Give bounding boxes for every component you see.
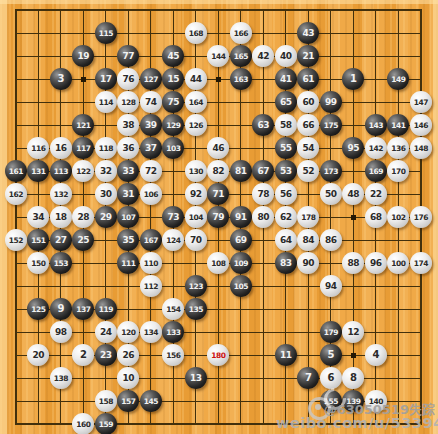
stone-white-46: 46 xyxy=(207,137,229,159)
stone-white-4: 4 xyxy=(365,344,387,366)
stone-white-70: 70 xyxy=(185,229,207,251)
stone-white-88: 88 xyxy=(342,252,364,274)
stone-white-78: 78 xyxy=(252,183,274,205)
stone-black-109: 109 xyxy=(230,252,252,274)
stone-black-79: 79 xyxy=(207,206,229,228)
stone-black-43: 43 xyxy=(297,22,319,44)
stone-white-8: 8 xyxy=(342,367,364,389)
stone-white-34: 34 xyxy=(27,206,49,228)
stone-white-76: 76 xyxy=(117,68,139,90)
stone-white-24: 24 xyxy=(95,321,117,343)
stone-white-146: 146 xyxy=(410,114,432,136)
stone-white-174: 174 xyxy=(410,252,432,274)
stone-white-36: 36 xyxy=(117,137,139,159)
stone-white-32: 32 xyxy=(95,160,117,182)
stone-white-94: 94 xyxy=(320,275,342,297)
stone-black-31: 31 xyxy=(117,183,139,205)
stone-black-157: 157 xyxy=(117,390,139,412)
stone-black-29: 29 xyxy=(95,206,117,228)
stone-black-37: 37 xyxy=(140,137,162,159)
grid-line xyxy=(15,286,422,287)
stone-white-18: 18 xyxy=(50,206,72,228)
stone-white-52: 52 xyxy=(297,160,319,182)
stone-white-86: 86 xyxy=(320,229,342,251)
stone-black-81: 81 xyxy=(230,160,252,182)
stone-white-108: 108 xyxy=(207,252,229,274)
stone-white-2: 2 xyxy=(72,344,94,366)
stone-white-106: 106 xyxy=(140,183,162,205)
stone-white-80: 80 xyxy=(252,206,274,228)
stone-white-138: 138 xyxy=(50,367,72,389)
stone-white-150: 150 xyxy=(27,252,49,274)
stone-black-3: 3 xyxy=(50,68,72,90)
stone-white-98: 98 xyxy=(50,321,72,343)
stone-white-58: 58 xyxy=(275,114,297,136)
stone-white-112: 112 xyxy=(140,275,162,297)
stone-white-180: 180 xyxy=(207,344,229,366)
stone-black-113: 113 xyxy=(50,160,72,182)
stone-white-128: 128 xyxy=(117,91,139,113)
stone-white-160: 160 xyxy=(72,413,94,434)
stone-white-164: 164 xyxy=(185,91,207,113)
stone-white-130: 130 xyxy=(185,160,207,182)
stone-white-124: 124 xyxy=(162,229,184,251)
stone-white-114: 114 xyxy=(95,91,117,113)
stone-white-92: 92 xyxy=(185,183,207,205)
stone-black-135: 135 xyxy=(185,298,207,320)
stone-white-82: 82 xyxy=(207,160,229,182)
stone-white-64: 64 xyxy=(275,229,297,251)
stone-black-65: 65 xyxy=(275,91,297,113)
stone-white-126: 126 xyxy=(185,114,207,136)
stone-white-142: 142 xyxy=(365,137,387,159)
stone-black-55: 55 xyxy=(275,137,297,159)
stone-black-23: 23 xyxy=(95,344,117,366)
stone-black-45: 45 xyxy=(162,45,184,67)
stone-white-42: 42 xyxy=(252,45,274,67)
stone-black-103: 103 xyxy=(162,137,184,159)
stone-white-28: 28 xyxy=(72,206,94,228)
star-point xyxy=(351,215,356,220)
star-point xyxy=(81,77,86,82)
stone-white-12: 12 xyxy=(342,321,364,343)
stone-black-53: 53 xyxy=(275,160,297,182)
stone-white-68: 68 xyxy=(365,206,387,228)
stone-black-123: 123 xyxy=(185,275,207,297)
stone-black-35: 35 xyxy=(117,229,139,251)
stone-white-66: 66 xyxy=(297,114,319,136)
stone-white-100: 100 xyxy=(387,252,409,274)
stone-white-144: 144 xyxy=(207,45,229,67)
stone-white-122: 122 xyxy=(72,160,94,182)
stone-black-163: 163 xyxy=(230,68,252,90)
stone-black-179: 179 xyxy=(320,321,342,343)
stone-white-104: 104 xyxy=(185,206,207,228)
stone-black-27: 27 xyxy=(50,229,72,251)
stone-black-73: 73 xyxy=(162,206,184,228)
stone-black-159: 159 xyxy=(95,413,117,434)
stone-black-33: 33 xyxy=(117,160,139,182)
stone-black-173: 173 xyxy=(320,160,342,182)
star-point xyxy=(216,77,221,82)
stone-white-147: 147 xyxy=(410,91,432,113)
stone-black-121: 121 xyxy=(72,114,94,136)
stone-black-39: 39 xyxy=(140,114,162,136)
stone-black-1: 1 xyxy=(342,68,364,90)
watermark-url: weibo.com/u/5339466292 xyxy=(276,415,438,431)
stone-white-116: 116 xyxy=(27,137,49,159)
stone-black-41: 41 xyxy=(275,68,297,90)
stone-white-26: 26 xyxy=(117,344,139,366)
stone-black-127: 127 xyxy=(140,68,162,90)
stone-white-162: 162 xyxy=(5,183,27,205)
stone-white-62: 62 xyxy=(275,206,297,228)
stone-black-63: 63 xyxy=(252,114,274,136)
stone-white-96: 96 xyxy=(365,252,387,274)
stone-black-99: 99 xyxy=(320,91,342,113)
stone-white-54: 54 xyxy=(297,137,319,159)
stone-black-107: 107 xyxy=(117,206,139,228)
stone-black-125: 125 xyxy=(27,298,49,320)
star-point xyxy=(351,353,356,358)
stone-black-75: 75 xyxy=(162,91,184,113)
stone-black-149: 149 xyxy=(387,68,409,90)
stone-black-115: 115 xyxy=(95,22,117,44)
stone-white-154: 154 xyxy=(162,298,184,320)
stone-black-143: 143 xyxy=(365,114,387,136)
stone-black-141: 141 xyxy=(387,114,409,136)
stone-black-19: 19 xyxy=(72,45,94,67)
stone-black-175: 175 xyxy=(320,114,342,136)
stone-white-72: 72 xyxy=(140,160,162,182)
stone-white-110: 110 xyxy=(140,252,162,274)
stone-black-21: 21 xyxy=(297,45,319,67)
wood-edge-highlight-left xyxy=(0,0,7,434)
stone-white-102: 102 xyxy=(387,206,409,228)
stone-white-84: 84 xyxy=(297,229,319,251)
stone-black-169: 169 xyxy=(365,160,387,182)
stone-white-148: 148 xyxy=(410,137,432,159)
stone-white-6: 6 xyxy=(320,367,342,389)
stone-white-90: 90 xyxy=(297,252,319,274)
stone-white-152: 152 xyxy=(5,229,27,251)
wood-edge-highlight-right xyxy=(433,0,438,434)
stone-black-153: 153 xyxy=(50,252,72,274)
stone-white-40: 40 xyxy=(275,45,297,67)
stone-black-13: 13 xyxy=(185,367,207,389)
stone-white-30: 30 xyxy=(95,183,117,205)
stone-black-17: 17 xyxy=(95,68,117,90)
stone-white-22: 22 xyxy=(365,183,387,205)
stone-white-20: 20 xyxy=(27,344,49,366)
stone-black-15: 15 xyxy=(162,68,184,90)
stone-white-132: 132 xyxy=(50,183,72,205)
stone-black-71: 71 xyxy=(207,183,229,205)
weibo-logo-pupil xyxy=(315,404,321,410)
stone-black-119: 119 xyxy=(95,298,117,320)
stone-white-178: 178 xyxy=(297,206,319,228)
stone-black-161: 161 xyxy=(5,160,27,182)
stone-white-170: 170 xyxy=(387,160,409,182)
stone-white-60: 60 xyxy=(297,91,319,113)
stone-white-56: 56 xyxy=(275,183,297,205)
stone-white-50: 50 xyxy=(320,183,342,205)
stone-white-156: 156 xyxy=(162,344,184,366)
stone-black-167: 167 xyxy=(140,229,162,251)
stone-black-69: 69 xyxy=(230,229,252,251)
stone-white-166: 166 xyxy=(230,22,252,44)
stone-black-145: 145 xyxy=(140,390,162,412)
stone-white-16: 16 xyxy=(50,137,72,159)
stone-white-176: 176 xyxy=(410,206,432,228)
stone-black-83: 83 xyxy=(275,252,297,274)
stone-white-48: 48 xyxy=(342,183,364,205)
stone-black-5: 5 xyxy=(320,344,342,366)
stone-black-165: 165 xyxy=(230,45,252,67)
stone-white-168: 168 xyxy=(185,22,207,44)
stone-black-105: 105 xyxy=(230,275,252,297)
stone-white-134: 134 xyxy=(140,321,162,343)
stone-black-67: 67 xyxy=(252,160,274,182)
stone-black-129: 129 xyxy=(162,114,184,136)
stone-black-77: 77 xyxy=(117,45,139,67)
stone-white-120: 120 xyxy=(117,321,139,343)
stone-black-151: 151 xyxy=(27,229,49,251)
stone-black-9: 9 xyxy=(50,298,72,320)
stone-black-137: 137 xyxy=(72,298,94,320)
stone-white-74: 74 xyxy=(140,91,162,113)
stone-black-61: 61 xyxy=(297,68,319,90)
stone-white-38: 38 xyxy=(117,114,139,136)
stone-black-25: 25 xyxy=(72,229,94,251)
stone-black-117: 117 xyxy=(72,137,94,159)
stone-black-131: 131 xyxy=(27,160,49,182)
stone-white-44: 44 xyxy=(185,68,207,90)
stone-black-95: 95 xyxy=(342,137,364,159)
stone-white-158: 158 xyxy=(95,390,117,412)
stone-black-91: 91 xyxy=(230,206,252,228)
go-board-diagram: 1151681664319774514416542402131776127154… xyxy=(0,0,438,434)
stone-black-133: 133 xyxy=(162,321,184,343)
stone-black-7: 7 xyxy=(297,367,319,389)
stone-white-10: 10 xyxy=(117,367,139,389)
stone-white-136: 136 xyxy=(387,137,409,159)
stone-black-111: 111 xyxy=(117,252,139,274)
stone-white-118: 118 xyxy=(95,137,117,159)
wood-edge-highlight-top xyxy=(0,0,438,4)
stone-black-11: 11 xyxy=(275,344,297,366)
